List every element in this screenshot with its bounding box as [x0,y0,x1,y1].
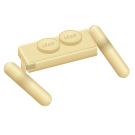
product-image-canvas: LEGO LEGO [0,0,135,135]
stud-left: LEGO [37,38,60,51]
stud-left-lego-logo: LEGO [41,41,54,48]
stud-right-lego-logo: LEGO [64,33,77,40]
stud-right: LEGO [59,30,82,43]
plate-shadow-on-left-bar [12,69,34,91]
